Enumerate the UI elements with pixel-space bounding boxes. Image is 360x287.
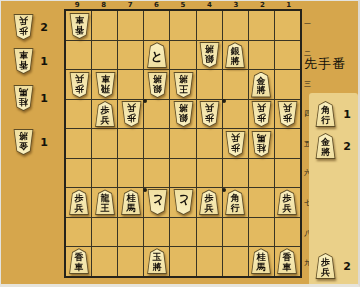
shogi-piece-龍王[interactable]: 龍王 bbox=[95, 189, 116, 215]
shogi-piece-歩兵[interactable]: 歩兵 bbox=[277, 189, 298, 215]
shogi-piece-銀將[interactable]: 銀將 bbox=[199, 42, 220, 68]
piece-face: 王將 bbox=[174, 73, 193, 97]
piece-face: 金將 bbox=[316, 134, 335, 158]
piece-face: と bbox=[148, 43, 167, 67]
piece-count: 1 bbox=[38, 55, 50, 68]
rank-label: 一 bbox=[303, 9, 312, 39]
board-square[interactable] bbox=[223, 11, 248, 40]
board-square[interactable] bbox=[92, 218, 117, 247]
board-square[interactable] bbox=[92, 41, 117, 70]
piece-face: 桂馬 bbox=[14, 86, 33, 110]
piece-face: 銀將 bbox=[200, 43, 219, 67]
piece-count: 1 bbox=[38, 136, 50, 149]
file-label: 3 bbox=[223, 1, 249, 9]
board-square[interactable] bbox=[170, 129, 195, 158]
shogi-piece-金將[interactable]: 金將 bbox=[13, 129, 34, 155]
board-square[interactable] bbox=[275, 70, 300, 99]
shogi-piece-角行[interactable]: 角行 bbox=[225, 189, 246, 215]
file-label: 6 bbox=[143, 1, 169, 9]
piece-face: 金將 bbox=[14, 130, 33, 154]
board-square[interactable] bbox=[197, 70, 222, 99]
file-label: 5 bbox=[170, 1, 196, 9]
piece-face: 飛車 bbox=[96, 73, 115, 97]
board-square[interactable] bbox=[223, 159, 248, 188]
piece-face: 歩兵 bbox=[278, 102, 297, 126]
shogi-piece-歩兵[interactable]: 歩兵 bbox=[315, 253, 336, 279]
board-square[interactable] bbox=[66, 129, 91, 158]
board-square[interactable] bbox=[275, 11, 300, 40]
piece-face: 銀將 bbox=[148, 73, 167, 97]
piece-face: 歩兵 bbox=[70, 73, 89, 97]
shogi-piece-桂馬[interactable]: 桂馬 bbox=[13, 85, 34, 111]
shogi-piece-と[interactable]: と bbox=[147, 42, 168, 68]
shogi-piece-歩兵[interactable]: 歩兵 bbox=[95, 101, 116, 127]
board-square[interactable] bbox=[92, 247, 117, 276]
board-square[interactable] bbox=[170, 159, 195, 188]
shogi-piece-歩兵[interactable]: 歩兵 bbox=[199, 189, 220, 215]
shogi-piece-香車[interactable]: 香車 bbox=[13, 48, 34, 74]
board-square[interactable] bbox=[275, 218, 300, 247]
board-square[interactable] bbox=[66, 159, 91, 188]
piece-face: 歩兵 bbox=[14, 15, 33, 39]
piece-count: 2 bbox=[38, 21, 50, 34]
shogi-piece-王將[interactable]: 王將 bbox=[173, 72, 194, 98]
shogi-piece-桂馬[interactable]: 桂馬 bbox=[251, 248, 272, 274]
piece-face: 香車 bbox=[14, 49, 33, 73]
file-label: 1 bbox=[276, 1, 302, 9]
shogi-piece-金將[interactable]: 金將 bbox=[251, 72, 272, 98]
board-square[interactable] bbox=[249, 11, 274, 40]
shogi-piece-歩兵[interactable]: 歩兵 bbox=[69, 72, 90, 98]
board-square[interactable] bbox=[144, 129, 169, 158]
shogi-piece-歩兵[interactable]: 歩兵 bbox=[225, 131, 246, 157]
board-square[interactable] bbox=[249, 159, 274, 188]
shogi-board: 香車と銀將銀將歩兵飛車銀將王將金將歩兵歩兵銀將歩兵歩兵歩兵歩兵桂馬歩兵龍王桂馬と… bbox=[64, 9, 302, 278]
board-square[interactable] bbox=[92, 129, 117, 158]
board-square[interactable] bbox=[144, 218, 169, 247]
piece-face: 龍王 bbox=[96, 190, 115, 214]
board-square[interactable] bbox=[275, 159, 300, 188]
shogi-piece-香車[interactable]: 香車 bbox=[69, 13, 90, 39]
shogi-piece-歩兵[interactable]: 歩兵 bbox=[121, 101, 142, 127]
shogi-piece-歩兵[interactable]: 歩兵 bbox=[199, 101, 220, 127]
piece-face: 香車 bbox=[70, 14, 89, 38]
piece-face: 玉將 bbox=[148, 249, 167, 273]
piece-face: 歩兵 bbox=[226, 132, 245, 156]
board-square[interactable] bbox=[197, 11, 222, 40]
board-square[interactable] bbox=[118, 41, 143, 70]
board-square[interactable] bbox=[249, 188, 274, 217]
shogi-piece-香車[interactable]: 香車 bbox=[69, 248, 90, 274]
board-square[interactable] bbox=[170, 11, 195, 40]
piece-face: 歩兵 bbox=[278, 190, 297, 214]
turn-indicator: 先手番 bbox=[304, 55, 360, 73]
hoshi-dot bbox=[222, 99, 226, 103]
file-labels: 987654321 bbox=[64, 1, 302, 9]
shogi-piece-桂馬[interactable]: 桂馬 bbox=[251, 131, 272, 157]
board-square[interactable] bbox=[92, 159, 117, 188]
board-square[interactable] bbox=[275, 129, 300, 158]
file-label: 9 bbox=[64, 1, 90, 9]
piece-count: 2 bbox=[341, 140, 353, 153]
board-square[interactable] bbox=[66, 218, 91, 247]
file-label: 7 bbox=[117, 1, 143, 9]
piece-face: 歩兵 bbox=[316, 254, 335, 278]
shogi-diagram: 987654321 香車と銀將銀將歩兵飛車銀將王將金將歩兵歩兵銀將歩兵歩兵歩兵歩… bbox=[0, 0, 360, 287]
board-square[interactable] bbox=[118, 129, 143, 158]
shogi-piece-香車[interactable]: 香車 bbox=[277, 248, 298, 274]
board-square[interactable] bbox=[118, 247, 143, 276]
shogi-piece-歩兵[interactable]: 歩兵 bbox=[251, 101, 272, 127]
piece-face: 銀將 bbox=[226, 43, 245, 67]
piece-face: 角行 bbox=[316, 102, 335, 126]
hoshi-dot bbox=[143, 99, 147, 103]
piece-face: 歩兵 bbox=[252, 102, 271, 126]
piece-face: 歩兵 bbox=[200, 102, 219, 126]
board-square[interactable] bbox=[197, 129, 222, 158]
piece-face: 桂馬 bbox=[122, 190, 141, 214]
piece-face: 銀將 bbox=[174, 102, 193, 126]
board-square[interactable] bbox=[249, 41, 274, 70]
shogi-piece-と[interactable]: と bbox=[147, 189, 168, 215]
piece-face: 金將 bbox=[252, 73, 271, 97]
board-square[interactable] bbox=[249, 218, 274, 247]
piece-face: 桂馬 bbox=[252, 249, 271, 273]
file-label: 8 bbox=[90, 1, 116, 9]
board-square[interactable] bbox=[118, 11, 143, 40]
board-square[interactable] bbox=[223, 70, 248, 99]
piece-face: と bbox=[174, 190, 193, 214]
board-square[interactable] bbox=[170, 247, 195, 276]
shogi-piece-飛車[interactable]: 飛車 bbox=[95, 72, 116, 98]
piece-face: 香車 bbox=[70, 249, 89, 273]
piece-count: 2 bbox=[341, 260, 353, 273]
shogi-piece-歩兵[interactable]: 歩兵 bbox=[69, 189, 90, 215]
piece-face: 桂馬 bbox=[252, 132, 271, 156]
board-square[interactable] bbox=[118, 159, 143, 188]
board-square[interactable] bbox=[66, 100, 91, 129]
piece-face: 歩兵 bbox=[70, 190, 89, 214]
shogi-piece-玉將[interactable]: 玉將 bbox=[147, 248, 168, 274]
board-square[interactable] bbox=[197, 218, 222, 247]
shogi-piece-銀將[interactable]: 銀將 bbox=[173, 101, 194, 127]
shogi-piece-桂馬[interactable]: 桂馬 bbox=[121, 189, 142, 215]
board-square[interactable] bbox=[223, 100, 248, 129]
piece-count: 1 bbox=[38, 92, 50, 105]
board-square[interactable] bbox=[275, 41, 300, 70]
piece-face: 角行 bbox=[226, 190, 245, 214]
file-label: 2 bbox=[249, 1, 275, 9]
board-square[interactable] bbox=[223, 247, 248, 276]
piece-count: 1 bbox=[341, 108, 353, 121]
shogi-piece-角行[interactable]: 角行 bbox=[315, 101, 336, 127]
board-square[interactable] bbox=[144, 159, 169, 188]
shogi-piece-歩兵[interactable]: 歩兵 bbox=[277, 101, 298, 127]
piece-face: 歩兵 bbox=[96, 102, 115, 126]
shogi-piece-金將[interactable]: 金將 bbox=[315, 133, 336, 159]
board-square[interactable] bbox=[170, 41, 195, 70]
shogi-piece-と[interactable]: と bbox=[173, 189, 194, 215]
board-square[interactable] bbox=[144, 100, 169, 129]
shogi-piece-銀將[interactable]: 銀將 bbox=[147, 72, 168, 98]
piece-face: 歩兵 bbox=[200, 190, 219, 214]
board-square[interactable] bbox=[66, 41, 91, 70]
board-square[interactable] bbox=[118, 70, 143, 99]
file-label: 4 bbox=[196, 1, 222, 9]
board-square[interactable] bbox=[92, 11, 117, 40]
piece-face: 香車 bbox=[278, 249, 297, 273]
board-square[interactable] bbox=[170, 218, 195, 247]
piece-face: 歩兵 bbox=[122, 102, 141, 126]
board-square[interactable] bbox=[197, 159, 222, 188]
board-square[interactable] bbox=[144, 11, 169, 40]
shogi-piece-銀將[interactable]: 銀將 bbox=[225, 42, 246, 68]
shogi-piece-歩兵[interactable]: 歩兵 bbox=[13, 14, 34, 40]
board-square[interactable] bbox=[118, 218, 143, 247]
piece-face: と bbox=[148, 190, 167, 214]
board-square[interactable] bbox=[223, 218, 248, 247]
board-square[interactable] bbox=[197, 247, 222, 276]
